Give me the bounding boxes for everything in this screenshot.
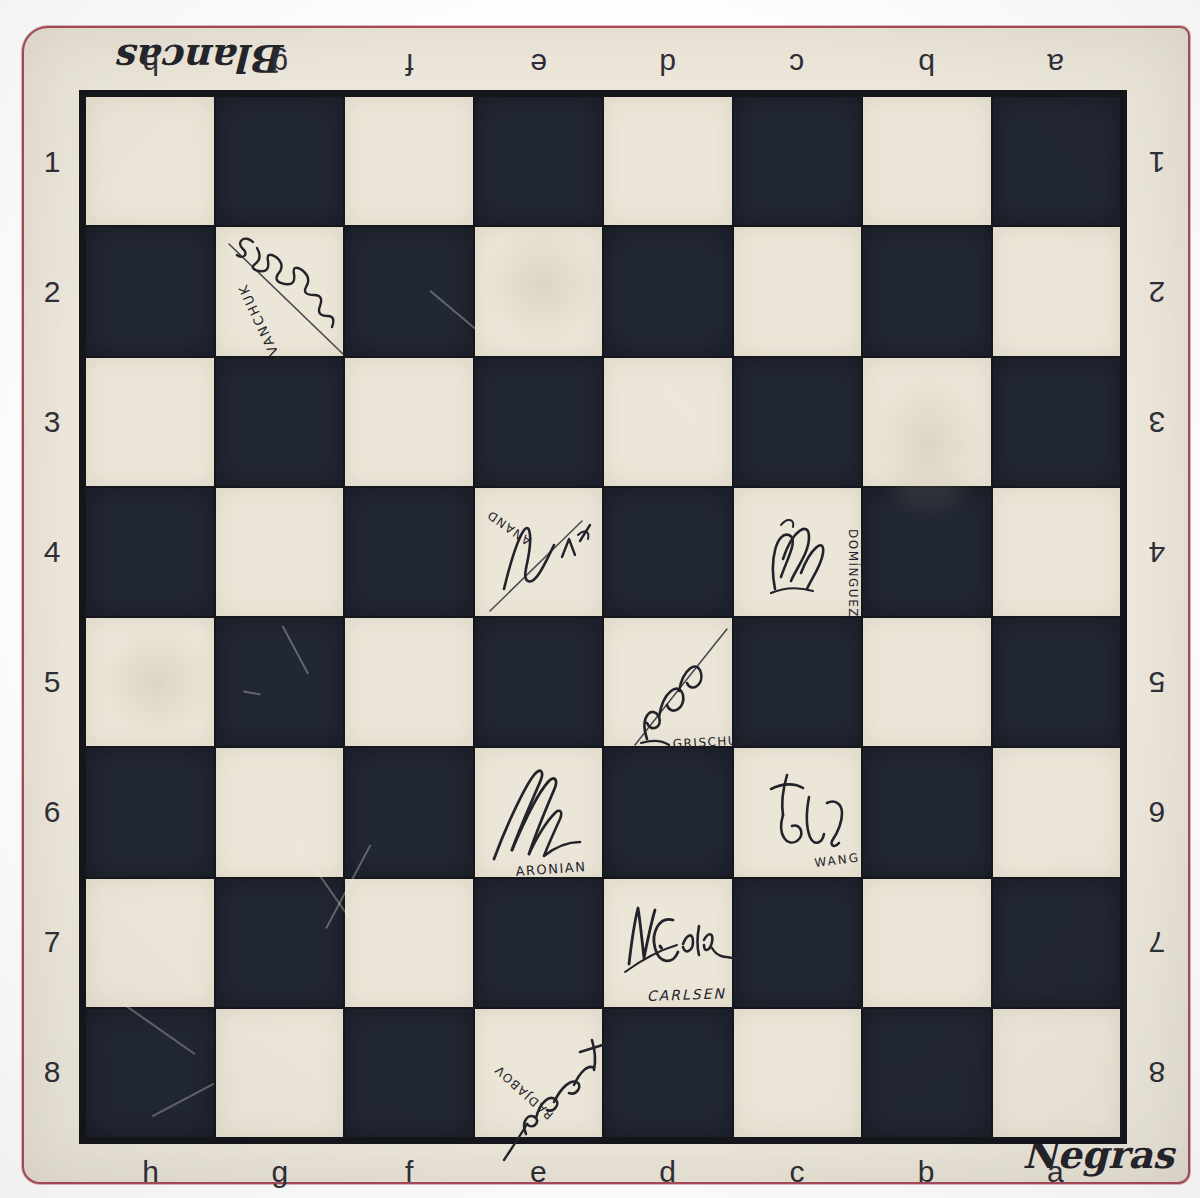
square-c7[interactable] — [734, 879, 862, 1007]
square-f6[interactable] — [345, 748, 473, 876]
grid-frame: IVANCHUKANANDDOMÍNGUEZGRISCHUKARONIANWAN… — [79, 90, 1127, 1144]
square-g4[interactable] — [216, 488, 344, 616]
rank-label-right-7: 7 — [1135, 877, 1179, 1007]
square-a4[interactable] — [993, 488, 1121, 616]
square-f3[interactable] — [345, 358, 473, 486]
file-labels-top: hgfedcba — [86, 42, 1120, 86]
square-g3[interactable] — [216, 358, 344, 486]
file-label-top-b: b — [862, 42, 991, 86]
rank-label-right-5: 5 — [1135, 617, 1179, 747]
square-a5[interactable] — [993, 618, 1121, 746]
square-c6[interactable] — [734, 748, 862, 876]
square-a1[interactable] — [993, 97, 1121, 225]
rank-label-right-4: 4 — [1135, 487, 1179, 617]
square-d8[interactable] — [604, 1009, 732, 1137]
square-b7[interactable] — [863, 879, 991, 1007]
file-label-bottom-g: g — [215, 1150, 344, 1194]
square-g5[interactable] — [216, 618, 344, 746]
file-label-top-f: f — [345, 42, 474, 86]
square-d2[interactable] — [604, 227, 732, 355]
rank-label-right-1: 1 — [1135, 97, 1179, 227]
square-b6[interactable] — [863, 748, 991, 876]
square-d6[interactable] — [604, 748, 732, 876]
file-label-bottom-h: h — [86, 1150, 215, 1194]
rank-label-left-5: 5 — [30, 617, 74, 747]
square-d5[interactable] — [604, 618, 732, 746]
rank-label-left-3: 3 — [30, 357, 74, 487]
square-f2[interactable] — [345, 227, 473, 355]
square-a3[interactable] — [993, 358, 1121, 486]
rank-label-left-7: 7 — [30, 877, 74, 1007]
file-label-bottom-a: a — [991, 1150, 1120, 1194]
square-e2[interactable] — [475, 227, 603, 355]
file-label-bottom-c: c — [732, 1150, 861, 1194]
square-d3[interactable] — [604, 358, 732, 486]
square-g2[interactable] — [216, 227, 344, 355]
square-f8[interactable] — [345, 1009, 473, 1137]
rank-label-left-1: 1 — [30, 97, 74, 227]
file-label-bottom-b: b — [862, 1150, 991, 1194]
square-c1[interactable] — [734, 97, 862, 225]
square-f4[interactable] — [345, 488, 473, 616]
square-a8[interactable] — [993, 1009, 1121, 1137]
square-b5[interactable] — [863, 618, 991, 746]
file-label-top-d: d — [603, 42, 732, 86]
file-label-top-h: h — [86, 42, 215, 86]
board-mat: Blancas Negras hgfedcba hgfedcba 1234567… — [22, 26, 1190, 1184]
file-labels-bottom: hgfedcba — [86, 1150, 1120, 1194]
square-c5[interactable] — [734, 618, 862, 746]
square-e5[interactable] — [475, 618, 603, 746]
square-f5[interactable] — [345, 618, 473, 746]
square-c2[interactable] — [734, 227, 862, 355]
square-h8[interactable] — [86, 1009, 214, 1137]
square-b8[interactable] — [863, 1009, 991, 1137]
square-g1[interactable] — [216, 97, 344, 225]
rank-labels-right: 12345678 — [1135, 97, 1179, 1137]
square-f7[interactable] — [345, 879, 473, 1007]
square-g8[interactable] — [216, 1009, 344, 1137]
file-label-top-g: g — [215, 42, 344, 86]
square-a6[interactable] — [993, 748, 1121, 876]
photo-frame: Blancas Negras hgfedcba hgfedcba 1234567… — [0, 0, 1200, 1198]
rank-labels-left: 12345678 — [30, 97, 74, 1137]
square-f1[interactable] — [345, 97, 473, 225]
square-b1[interactable] — [863, 97, 991, 225]
square-d4[interactable] — [604, 488, 732, 616]
square-e4[interactable] — [475, 488, 603, 616]
file-label-top-c: c — [732, 42, 861, 86]
square-h6[interactable] — [86, 748, 214, 876]
square-a2[interactable] — [993, 227, 1121, 355]
square-h3[interactable] — [86, 358, 214, 486]
square-d7[interactable] — [604, 879, 732, 1007]
rank-label-right-6: 6 — [1135, 747, 1179, 877]
file-label-bottom-f: f — [345, 1150, 474, 1194]
square-e3[interactable] — [475, 358, 603, 486]
rank-label-left-2: 2 — [30, 227, 74, 357]
squares-grid — [86, 97, 1120, 1137]
rank-label-left-8: 8 — [30, 1007, 74, 1137]
rank-label-right-2: 2 — [1135, 227, 1179, 357]
square-c4[interactable] — [734, 488, 862, 616]
file-label-top-e: e — [474, 42, 603, 86]
square-d1[interactable] — [604, 97, 732, 225]
square-h1[interactable] — [86, 97, 214, 225]
file-label-bottom-e: e — [474, 1150, 603, 1194]
square-e8[interactable] — [475, 1009, 603, 1137]
rank-label-right-3: 3 — [1135, 357, 1179, 487]
rank-label-right-8: 8 — [1135, 1007, 1179, 1137]
rank-label-left-6: 6 — [30, 747, 74, 877]
file-label-top-a: a — [991, 42, 1120, 86]
file-label-bottom-d: d — [603, 1150, 732, 1194]
square-b4[interactable] — [863, 488, 991, 616]
square-b2[interactable] — [863, 227, 991, 355]
square-c3[interactable] — [734, 358, 862, 486]
square-e6[interactable] — [475, 748, 603, 876]
square-h7[interactable] — [86, 879, 214, 1007]
square-a7[interactable] — [993, 879, 1121, 1007]
square-e1[interactable] — [475, 97, 603, 225]
rank-label-left-4: 4 — [30, 487, 74, 617]
square-g7[interactable] — [216, 879, 344, 1007]
square-b3[interactable] — [863, 358, 991, 486]
square-g6[interactable] — [216, 748, 344, 876]
square-c8[interactable] — [734, 1009, 862, 1137]
square-e7[interactable] — [475, 879, 603, 1007]
square-h5[interactable] — [86, 618, 214, 746]
square-h4[interactable] — [86, 488, 214, 616]
square-h2[interactable] — [86, 227, 214, 355]
